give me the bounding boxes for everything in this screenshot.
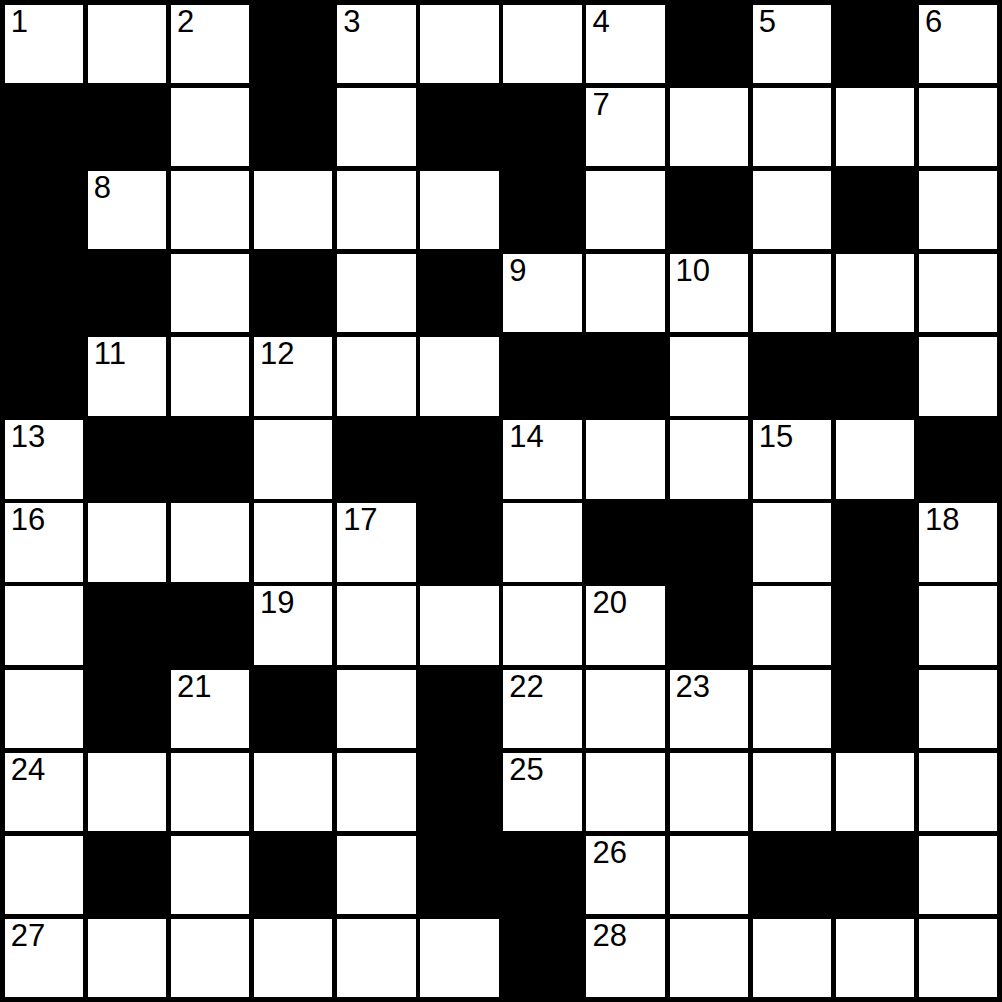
black-cell-9-5	[420, 753, 498, 831]
clue-number: 20	[592, 587, 626, 618]
black-cell-4-6	[503, 337, 581, 415]
white-cell-10-11[interactable]	[919, 836, 997, 914]
black-cell-0-8	[670, 5, 748, 83]
white-cell-8-11[interactable]	[919, 670, 997, 748]
white-cell-1-8[interactable]	[670, 88, 748, 166]
white-cell-4-1[interactable]: 11	[88, 337, 166, 415]
black-cell-8-5	[420, 670, 498, 748]
clue-number: 23	[676, 671, 710, 702]
clue-number: 17	[343, 504, 377, 535]
white-cell-3-4[interactable]	[337, 254, 415, 332]
clue-number: 28	[592, 920, 626, 951]
white-cell-5-10[interactable]	[836, 420, 914, 498]
white-cell-9-3[interactable]	[254, 753, 332, 831]
clue-number: 4	[592, 6, 609, 37]
white-cell-6-0[interactable]: 16	[5, 503, 83, 581]
white-cell-5-7[interactable]	[586, 420, 664, 498]
white-cell-7-6[interactable]	[503, 586, 581, 664]
black-cell-7-1	[88, 586, 166, 664]
white-cell-4-3[interactable]: 12	[254, 337, 332, 415]
white-cell-9-2[interactable]	[171, 753, 249, 831]
clue-number: 9	[509, 255, 526, 286]
black-cell-7-2	[171, 586, 249, 664]
black-cell-4-0	[5, 337, 83, 415]
black-cell-7-10	[836, 586, 914, 664]
black-cell-6-8	[670, 503, 748, 581]
white-cell-11-4[interactable]	[337, 919, 415, 997]
black-cell-2-10	[836, 171, 914, 249]
crossword-board: 1234567891011121314151617181920212223242…	[0, 0, 1002, 1002]
white-cell-0-6[interactable]	[503, 5, 581, 83]
black-cell-6-7	[586, 503, 664, 581]
white-cell-6-4[interactable]: 17	[337, 503, 415, 581]
white-cell-2-4[interactable]	[337, 171, 415, 249]
clue-number: 16	[11, 504, 45, 535]
white-cell-3-7[interactable]	[586, 254, 664, 332]
white-cell-1-11[interactable]	[919, 88, 997, 166]
black-cell-0-3	[254, 5, 332, 83]
black-cell-1-0	[5, 88, 83, 166]
white-cell-6-9[interactable]	[753, 503, 831, 581]
white-cell-8-7[interactable]	[586, 670, 664, 748]
black-cell-11-6	[503, 919, 581, 997]
white-cell-11-5[interactable]	[420, 919, 498, 997]
white-cell-0-2[interactable]: 2	[171, 5, 249, 83]
white-cell-3-11[interactable]	[919, 254, 997, 332]
white-cell-11-11[interactable]	[919, 919, 997, 997]
white-cell-3-8[interactable]: 10	[670, 254, 748, 332]
white-cell-2-3[interactable]	[254, 171, 332, 249]
black-cell-5-2	[171, 420, 249, 498]
clue-number: 18	[925, 504, 959, 535]
white-cell-11-10[interactable]	[836, 919, 914, 997]
white-cell-11-2[interactable]	[171, 919, 249, 997]
black-cell-4-9	[753, 337, 831, 415]
black-cell-3-1	[88, 254, 166, 332]
white-cell-6-2[interactable]	[171, 503, 249, 581]
white-cell-6-6[interactable]	[503, 503, 581, 581]
white-cell-7-5[interactable]	[420, 586, 498, 664]
white-cell-9-7[interactable]	[586, 753, 664, 831]
white-cell-10-2[interactable]	[171, 836, 249, 914]
white-cell-1-4[interactable]	[337, 88, 415, 166]
white-cell-0-1[interactable]	[88, 5, 166, 83]
white-cell-9-0[interactable]: 24	[5, 753, 83, 831]
black-cell-8-3	[254, 670, 332, 748]
white-cell-6-3[interactable]	[254, 503, 332, 581]
black-cell-5-4	[337, 420, 415, 498]
white-cell-8-6[interactable]: 22	[503, 670, 581, 748]
white-cell-0-7[interactable]: 4	[586, 5, 664, 83]
white-cell-10-7[interactable]: 26	[586, 836, 664, 914]
white-cell-9-10[interactable]	[836, 753, 914, 831]
clue-number: 13	[11, 421, 45, 452]
white-cell-3-6[interactable]: 9	[503, 254, 581, 332]
white-cell-9-8[interactable]	[670, 753, 748, 831]
black-cell-8-10	[836, 670, 914, 748]
white-cell-8-4[interactable]	[337, 670, 415, 748]
clue-number: 22	[509, 671, 543, 702]
white-cell-8-8[interactable]: 23	[670, 670, 748, 748]
white-cell-11-0[interactable]: 27	[5, 919, 83, 997]
clue-number: 25	[509, 754, 543, 785]
black-cell-1-5	[420, 88, 498, 166]
clue-number: 10	[676, 255, 710, 286]
black-cell-5-5	[420, 420, 498, 498]
black-cell-3-0	[5, 254, 83, 332]
clue-number: 24	[11, 754, 45, 785]
white-cell-4-11[interactable]	[919, 337, 997, 415]
clue-number: 6	[925, 6, 942, 37]
white-cell-7-3[interactable]: 19	[254, 586, 332, 664]
clue-number: 5	[759, 6, 776, 37]
white-cell-8-9[interactable]	[753, 670, 831, 748]
white-cell-5-3[interactable]	[254, 420, 332, 498]
white-cell-3-2[interactable]	[171, 254, 249, 332]
black-cell-6-10	[836, 503, 914, 581]
white-cell-1-10[interactable]	[836, 88, 914, 166]
white-cell-11-9[interactable]	[753, 919, 831, 997]
white-cell-9-1[interactable]	[88, 753, 166, 831]
clue-number: 21	[177, 671, 211, 702]
white-cell-4-2[interactable]	[171, 337, 249, 415]
clue-number: 3	[343, 6, 360, 37]
clue-number: 14	[509, 421, 543, 452]
white-cell-10-8[interactable]	[670, 836, 748, 914]
black-cell-5-11	[919, 420, 997, 498]
black-cell-10-6	[503, 836, 581, 914]
black-cell-10-3	[254, 836, 332, 914]
black-cell-3-3	[254, 254, 332, 332]
white-cell-9-4[interactable]	[337, 753, 415, 831]
black-cell-2-6	[503, 171, 581, 249]
white-cell-0-9[interactable]: 5	[753, 5, 831, 83]
white-cell-3-9[interactable]	[753, 254, 831, 332]
clue-number: 7	[592, 89, 609, 120]
white-cell-5-8[interactable]	[670, 420, 748, 498]
black-cell-1-1	[88, 88, 166, 166]
black-cell-8-1	[88, 670, 166, 748]
clue-number: 2	[177, 6, 194, 37]
white-cell-7-9[interactable]	[753, 586, 831, 664]
white-cell-7-4[interactable]	[337, 586, 415, 664]
black-cell-3-5	[420, 254, 498, 332]
white-cell-8-2[interactable]: 21	[171, 670, 249, 748]
white-cell-11-7[interactable]: 28	[586, 919, 664, 997]
black-cell-1-3	[254, 88, 332, 166]
black-cell-1-6	[503, 88, 581, 166]
white-cell-2-11[interactable]	[919, 171, 997, 249]
clue-number: 27	[11, 920, 45, 951]
white-cell-1-2[interactable]	[171, 88, 249, 166]
white-cell-10-4[interactable]	[337, 836, 415, 914]
white-cell-4-8[interactable]	[670, 337, 748, 415]
white-cell-11-3[interactable]	[254, 919, 332, 997]
white-cell-2-7[interactable]	[586, 171, 664, 249]
white-cell-9-9[interactable]	[753, 753, 831, 831]
white-cell-0-4[interactable]: 3	[337, 5, 415, 83]
clue-number: 1	[11, 6, 28, 37]
white-cell-1-7[interactable]: 7	[586, 88, 664, 166]
clue-number: 8	[94, 172, 111, 203]
white-cell-11-8[interactable]	[670, 919, 748, 997]
white-cell-9-11[interactable]	[919, 753, 997, 831]
white-cell-6-1[interactable]	[88, 503, 166, 581]
white-cell-2-2[interactable]	[171, 171, 249, 249]
white-cell-1-9[interactable]	[753, 88, 831, 166]
white-cell-8-0[interactable]	[5, 670, 83, 748]
white-cell-0-11[interactable]: 6	[919, 5, 997, 83]
black-cell-2-8	[670, 171, 748, 249]
white-cell-5-9[interactable]: 15	[753, 420, 831, 498]
white-cell-2-1[interactable]: 8	[88, 171, 166, 249]
white-cell-11-1[interactable]	[88, 919, 166, 997]
black-cell-5-1	[88, 420, 166, 498]
white-cell-10-0[interactable]	[5, 836, 83, 914]
white-cell-5-0[interactable]: 13	[5, 420, 83, 498]
black-cell-10-10	[836, 836, 914, 914]
clue-number: 11	[94, 338, 126, 369]
black-cell-2-0	[5, 171, 83, 249]
black-cell-10-9	[753, 836, 831, 914]
black-cell-10-1	[88, 836, 166, 914]
black-cell-4-7	[586, 337, 664, 415]
white-cell-7-11[interactable]	[919, 586, 997, 664]
black-cell-7-8	[670, 586, 748, 664]
white-cell-4-4[interactable]	[337, 337, 415, 415]
black-cell-4-10	[836, 337, 914, 415]
white-cell-6-11[interactable]: 18	[919, 503, 997, 581]
clue-number: 19	[260, 587, 294, 618]
clue-number: 26	[592, 837, 626, 868]
white-cell-5-6[interactable]: 14	[503, 420, 581, 498]
white-cell-0-0[interactable]: 1	[5, 5, 83, 83]
white-cell-3-10[interactable]	[836, 254, 914, 332]
black-cell-6-5	[420, 503, 498, 581]
black-cell-0-10	[836, 5, 914, 83]
white-cell-7-7[interactable]: 20	[586, 586, 664, 664]
black-cell-10-5	[420, 836, 498, 914]
white-cell-7-0[interactable]	[5, 586, 83, 664]
clue-number: 12	[260, 338, 294, 369]
white-cell-2-9[interactable]	[753, 171, 831, 249]
white-cell-2-5[interactable]	[420, 171, 498, 249]
white-cell-4-5[interactable]	[420, 337, 498, 415]
white-cell-9-6[interactable]: 25	[503, 753, 581, 831]
white-cell-0-5[interactable]	[420, 5, 498, 83]
clue-number: 15	[759, 421, 793, 452]
